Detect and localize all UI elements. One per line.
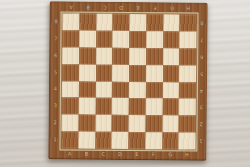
square-c4[interactable] [95, 81, 112, 98]
file-label-bottom: H [179, 149, 196, 160]
square-g8[interactable] [163, 14, 180, 31]
square-c2[interactable] [95, 115, 112, 132]
square-b6[interactable] [79, 47, 96, 64]
square-e2[interactable] [129, 115, 146, 132]
square-d6[interactable] [112, 48, 129, 65]
file-label-top: E [130, 2, 147, 14]
square-f4[interactable] [146, 82, 163, 99]
square-c8[interactable] [96, 14, 113, 31]
square-h7[interactable] [180, 31, 197, 48]
square-e5[interactable] [129, 65, 146, 82]
square-f5[interactable] [146, 65, 163, 82]
square-h1[interactable] [179, 133, 196, 150]
square-g1[interactable] [162, 132, 179, 149]
square-h5[interactable] [179, 65, 196, 82]
rank-labels-left: 87654321 [48, 13, 62, 148]
square-e3[interactable] [129, 98, 146, 115]
board-grid [61, 13, 196, 149]
square-h2[interactable] [179, 116, 196, 133]
rank-label-right: 7 [196, 31, 207, 48]
square-a4[interactable] [62, 81, 79, 98]
square-f8[interactable] [146, 14, 163, 31]
rank-label-left: 1 [48, 131, 61, 148]
rank-labels-right: 87654321 [195, 15, 207, 150]
square-a5[interactable] [62, 64, 79, 81]
square-c5[interactable] [95, 64, 112, 81]
rank-label-left: 4 [49, 81, 62, 98]
square-a2[interactable] [62, 115, 79, 132]
square-c6[interactable] [96, 47, 113, 64]
file-label-bottom: A [61, 148, 78, 159]
square-a7[interactable] [62, 30, 79, 47]
square-d7[interactable] [113, 31, 130, 48]
rank-label-left: 6 [49, 47, 62, 64]
file-label-top: H [180, 2, 197, 14]
square-d1[interactable] [112, 132, 129, 149]
square-b8[interactable] [79, 14, 96, 31]
square-h3[interactable] [179, 99, 196, 116]
file-label-bottom: C [95, 149, 112, 160]
square-d4[interactable] [112, 81, 129, 98]
square-a8[interactable] [62, 13, 79, 30]
rank-label-left: 2 [49, 115, 62, 132]
rank-label-right: 4 [196, 82, 207, 99]
square-a1[interactable] [61, 132, 78, 149]
square-c7[interactable] [96, 31, 113, 48]
table-background: ABCDEFGH ABCDEFGH 87654321 87654321 [0, 0, 250, 167]
rank-label-left: 7 [49, 30, 62, 47]
file-label-bottom: E [128, 149, 145, 160]
file-label-top: C [96, 2, 113, 14]
square-a3[interactable] [62, 98, 79, 115]
file-label-bottom: G [162, 149, 179, 160]
square-a6[interactable] [62, 47, 79, 64]
rank-label-right: 2 [196, 116, 207, 133]
file-label-top: B [79, 2, 96, 14]
square-f3[interactable] [145, 99, 162, 116]
rank-label-left: 8 [49, 13, 62, 30]
square-g5[interactable] [162, 65, 179, 82]
rank-label-left: 3 [49, 98, 62, 115]
rank-label-right: 6 [196, 48, 207, 65]
file-label-top: A [63, 1, 80, 13]
square-f2[interactable] [145, 115, 162, 132]
square-b3[interactable] [78, 98, 95, 115]
square-h4[interactable] [179, 82, 196, 99]
square-b7[interactable] [79, 30, 96, 47]
rank-label-right: 3 [196, 99, 207, 116]
square-f7[interactable] [146, 31, 163, 48]
file-labels-bottom: ABCDEFGH [61, 148, 195, 160]
rank-label-right: 8 [196, 15, 207, 32]
rank-label-right: 1 [195, 133, 206, 150]
square-c3[interactable] [95, 98, 112, 115]
square-d2[interactable] [112, 115, 129, 132]
square-b5[interactable] [79, 64, 96, 81]
square-e6[interactable] [129, 48, 146, 65]
square-e8[interactable] [129, 14, 146, 31]
file-label-bottom: F [145, 149, 162, 160]
square-e1[interactable] [128, 132, 145, 149]
square-g3[interactable] [162, 99, 179, 116]
square-g7[interactable] [163, 31, 180, 48]
file-label-top: F [146, 2, 163, 14]
square-b2[interactable] [78, 115, 95, 132]
square-h6[interactable] [179, 48, 196, 65]
square-e4[interactable] [129, 82, 146, 99]
square-g6[interactable] [163, 48, 180, 65]
square-e7[interactable] [129, 31, 146, 48]
square-g2[interactable] [162, 116, 179, 133]
square-d3[interactable] [112, 98, 129, 115]
square-h8[interactable] [180, 14, 197, 31]
file-label-top: G [163, 2, 180, 14]
rank-label-left: 5 [49, 64, 62, 81]
file-label-bottom: B [78, 149, 95, 160]
square-f1[interactable] [145, 132, 162, 149]
square-g4[interactable] [162, 82, 179, 99]
file-label-top: D [113, 2, 130, 14]
rank-label-right: 5 [196, 65, 207, 82]
square-d8[interactable] [113, 14, 130, 31]
square-c1[interactable] [95, 132, 112, 149]
square-b4[interactable] [79, 81, 96, 98]
file-label-bottom: D [112, 149, 129, 160]
square-d5[interactable] [112, 64, 129, 81]
chess-board: ABCDEFGH ABCDEFGH 87654321 87654321 [48, 1, 207, 160]
square-b1[interactable] [78, 132, 95, 149]
square-f6[interactable] [146, 48, 163, 65]
